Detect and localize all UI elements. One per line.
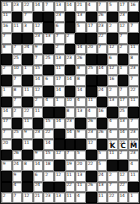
cell-r1-c0[interactable]: 11 — [1, 12, 12, 23]
cell-r5-c7[interactable]: 26 — [75, 54, 86, 65]
cell-r15-c2[interactable]: 8 — [22, 160, 33, 171]
cell-r7-c8 — [86, 75, 97, 86]
cell-number: 12 — [56, 150, 61, 155]
cell-r2-c0[interactable]: 16 — [1, 22, 12, 33]
cell-number: 23 — [66, 118, 71, 123]
cell-r10-c1[interactable]: 2 — [12, 107, 23, 118]
cell-r12-c7[interactable]: 9 — [75, 129, 86, 140]
cell-r10-c7[interactable]: 13 — [75, 107, 86, 118]
cell-number: 26 — [13, 150, 18, 155]
cell-r6-c11[interactable]: 1 — [118, 65, 129, 76]
cell-r18-c8 — [86, 192, 97, 203]
cell-number: 24 — [98, 87, 103, 92]
cell-r1-c4 — [43, 12, 54, 23]
cell-r1-c9[interactable]: 26 — [97, 12, 108, 23]
cell-number: 12 — [109, 44, 114, 49]
cell-r11-c8[interactable]: 26 — [86, 118, 97, 129]
cell-r7-c2 — [22, 75, 33, 86]
cell-r17-c6[interactable]: 22 — [65, 182, 76, 193]
cell-r16-c6[interactable]: 11 — [65, 171, 76, 182]
cell-number: 14 — [66, 76, 71, 81]
cell-r11-c12[interactable]: 7 — [128, 118, 139, 129]
cell-r12-c9[interactable]: 26 — [97, 129, 108, 140]
cell-r18-c0[interactable]: 2 — [1, 192, 12, 203]
cell-r4-c0[interactable]: 8 — [1, 44, 12, 55]
cell-r11-c2[interactable]: 11 — [22, 118, 33, 129]
cell-r8-c9[interactable]: 24 — [97, 86, 108, 97]
codeword-puzzle-screen: 1523221471314214751716117231326231611312… — [0, 0, 140, 204]
cell-r8-c0[interactable]: 1 — [1, 86, 12, 97]
cell-r12-c12[interactable]: 23 — [128, 129, 139, 140]
cell-number: 14 — [45, 140, 50, 145]
cell-r14-c5[interactable]: 12 — [54, 150, 65, 161]
cell-r13-c8[interactable]: 12 — [86, 139, 97, 150]
cell-r13-c10[interactable]: 2K — [107, 139, 118, 150]
cell-r11-c0[interactable]: 17 — [1, 118, 12, 129]
cell-r5-c5[interactable]: 13 — [54, 54, 65, 65]
cell-r7-c12[interactable]: 7 — [128, 75, 139, 86]
cell-r0-c4[interactable]: 7 — [43, 1, 54, 12]
cell-r17-c9[interactable]: 13 — [97, 182, 108, 193]
cell-r7-c10[interactable]: 16 — [107, 75, 118, 86]
cell-number: 26 — [88, 118, 93, 123]
cell-r18-c12[interactable]: 1 — [128, 192, 139, 203]
cell-number: 14 — [77, 87, 82, 92]
cell-r12-c5 — [54, 129, 65, 140]
cell-r8-c11[interactable]: 7 — [118, 86, 129, 97]
cell-r16-c4[interactable]: 2 — [43, 171, 54, 182]
cell-r14-c9[interactable]: 5 — [97, 150, 108, 161]
cell-r18-c6[interactable]: 11 — [65, 192, 76, 203]
cell-number: 11 — [66, 193, 71, 198]
cell-number: 17 — [56, 76, 61, 81]
cell-r4-c11[interactable]: 2 — [118, 44, 129, 55]
cell-r1-c7[interactable]: 13 — [75, 12, 86, 23]
cell-number: 5 — [77, 150, 80, 155]
cell-number: 4 — [88, 2, 91, 7]
cell-number: 15 — [45, 150, 50, 155]
cell-r0-c0[interactable]: 15 — [1, 1, 12, 12]
cell-number: 22 — [120, 182, 125, 187]
cell-r13-c3 — [33, 139, 44, 150]
cell-r16-c7[interactable]: 13 — [75, 171, 86, 182]
cell-number: 2 — [56, 44, 59, 49]
cell-number: 6 — [45, 76, 48, 81]
cell-number: 22 — [88, 161, 93, 166]
cell-r5-c6[interactable]: 23 — [65, 54, 76, 65]
cell-r16-c10[interactable]: 2 — [107, 171, 118, 182]
cell-r2-c4 — [43, 22, 54, 33]
cell-r9-c2 — [22, 97, 33, 108]
cell-r14-c7[interactable]: 5 — [75, 150, 86, 161]
cell-r6-c1[interactable]: 10 — [12, 65, 23, 76]
cell-r8-c7[interactable]: 14 — [75, 86, 86, 97]
cell-r15-c1[interactable]: 24 — [12, 160, 23, 171]
cell-r12-c8[interactable]: 23 — [86, 129, 97, 140]
cell-r6-c5[interactable]: 11 — [54, 65, 65, 76]
cell-r2-c9[interactable]: 23 — [97, 22, 108, 33]
cell-r7-c3[interactable]: 14 — [33, 75, 44, 86]
cell-r5-c9 — [97, 54, 108, 65]
cell-r10-c11[interactable]: 25 — [118, 107, 129, 118]
cell-r5-c0 — [1, 54, 12, 65]
cell-r10-c0[interactable]: 14 — [1, 107, 12, 118]
cell-r5-c4[interactable]: 25 — [43, 54, 54, 65]
cell-r4-c8[interactable]: 20 — [86, 44, 97, 55]
cell-number: 9 — [3, 161, 6, 166]
cell-r5-c2 — [22, 54, 33, 65]
cell-number: 7 — [98, 44, 101, 49]
cell-r9-c8[interactable]: 11 — [86, 97, 97, 108]
cell-r2-c3[interactable]: 12 — [33, 22, 44, 33]
cell-r9-c5[interactable]: 1 — [54, 97, 65, 108]
cell-r9-c10[interactable]: 13 — [107, 97, 118, 108]
cell-r16-c12[interactable]: 11 — [128, 171, 139, 182]
cell-r6-c10[interactable]: 12 — [107, 65, 118, 76]
cell-number: 23 — [35, 33, 40, 38]
cell-number: 4 — [109, 118, 112, 123]
cell-r1-c1 — [12, 12, 23, 23]
cell-r12-c0[interactable]: 7 — [1, 129, 12, 140]
cell-r16-c3[interactable]: 6 — [33, 171, 44, 182]
cell-r3-c12 — [128, 33, 139, 44]
cell-r16-c5[interactable]: 12 — [54, 171, 65, 182]
cell-r9-c3[interactable]: 2 — [33, 97, 44, 108]
cell-r15-c7[interactable]: 20 — [75, 160, 86, 171]
cell-r12-c6[interactable]: 14 — [65, 129, 76, 140]
cell-r16-c1[interactable]: 9 — [12, 171, 23, 182]
cell-number: 24 — [13, 161, 18, 166]
cell-r1-c5[interactable]: 23 — [54, 12, 65, 23]
cell-number: 2 — [109, 140, 112, 145]
cell-r2-c8[interactable]: 17 — [86, 22, 97, 33]
cell-r17-c3[interactable]: 24 — [33, 182, 44, 193]
cell-r4-c5[interactable]: 2 — [54, 44, 65, 55]
cell-r18-c1[interactable]: 7 — [12, 192, 23, 203]
cell-r14-c1[interactable]: 26 — [12, 150, 23, 161]
cell-r0-c1[interactable]: 23 — [12, 1, 23, 12]
cell-r7-c9 — [97, 75, 108, 86]
cell-r5-c10[interactable]: 6 — [107, 54, 118, 65]
cell-r13-c6 — [65, 139, 76, 150]
cell-r7-c5[interactable]: 17 — [54, 75, 65, 86]
cell-number: 11 — [130, 44, 135, 49]
cell-r13-c0[interactable]: 20 — [1, 139, 12, 150]
cell-r9-c7[interactable]: 4 — [75, 97, 86, 108]
cell-r12-c10[interactable]: 4 — [107, 129, 118, 140]
cell-number: 7 — [13, 193, 16, 198]
cell-r0-c10[interactable]: 5 — [107, 1, 118, 12]
cell-r9-c4[interactable]: 4 — [43, 97, 54, 108]
cell-r11-c11[interactable]: 13 — [118, 118, 129, 129]
cell-r12-c3[interactable]: 23 — [33, 129, 44, 140]
cell-number: 11 — [56, 65, 61, 70]
cell-r8-c5[interactable]: 14 — [54, 86, 65, 97]
cell-number: 2 — [120, 44, 123, 49]
cell-r13-c12[interactable]: 14M — [128, 139, 139, 150]
cell-number: 13 — [120, 118, 125, 123]
cell-number: 4 — [77, 97, 80, 102]
cell-r9-c11[interactable]: 17 — [118, 97, 129, 108]
cell-r18-c5[interactable]: 13 — [54, 192, 65, 203]
cell-r3-c9[interactable]: 22 — [97, 33, 108, 44]
cell-r0-c6[interactable]: 14 — [65, 1, 76, 12]
cell-r8-c10[interactable]: 2 — [107, 86, 118, 97]
cell-r9-c0 — [1, 97, 12, 108]
cell-r14-c10[interactable]: 11 — [107, 150, 118, 161]
cell-r18-c2[interactable]: 12 — [22, 192, 33, 203]
cell-r17-c1[interactable]: 4 — [12, 182, 23, 193]
cell-number: 12 — [120, 172, 125, 177]
cell-r6-c12[interactable]: 23 — [128, 65, 139, 76]
cell-number: 22 — [120, 140, 125, 145]
cell-r14-c4[interactable]: 15 — [43, 150, 54, 161]
cell-r8-c2[interactable]: 11 — [22, 86, 33, 97]
cell-r13-c7 — [75, 139, 86, 150]
cell-r17-c12 — [128, 182, 139, 193]
cell-number: 17 — [120, 2, 125, 7]
cell-r1-c3 — [33, 12, 44, 23]
cell-r0-c11[interactable]: 17 — [118, 1, 129, 12]
cell-r17-c2 — [22, 182, 33, 193]
cell-r18-c10[interactable]: 22 — [107, 192, 118, 203]
cell-number: 26 — [98, 129, 103, 134]
cell-r3-c7 — [75, 33, 86, 44]
cell-r9-c6[interactable]: 10 — [65, 97, 76, 108]
cell-number: 2 — [120, 150, 123, 155]
cell-r15-c0[interactable]: 9 — [1, 160, 12, 171]
cell-r7-c0 — [1, 75, 12, 86]
cell-r16-c9[interactable]: 24 — [97, 171, 108, 182]
cell-number: 7 — [120, 87, 123, 92]
cell-r13-c2[interactable]: 11 — [22, 139, 33, 150]
cell-r15-c12[interactable]: 4 — [128, 160, 139, 171]
cell-r3-c0[interactable]: 7 — [1, 33, 12, 44]
cell-number: 15 — [45, 118, 50, 123]
cell-r10-c6[interactable]: 8 — [65, 107, 76, 118]
cell-number: 17 — [3, 118, 8, 123]
cell-number: 7 — [109, 182, 112, 187]
cell-r4-c12[interactable]: 11 — [128, 44, 139, 55]
cell-r14-c11[interactable]: 2 — [118, 150, 129, 161]
cell-number: 16 — [98, 108, 103, 113]
cell-r10-c8[interactable]: 4 — [86, 107, 97, 118]
cell-r0-c12[interactable]: 16 — [128, 1, 139, 12]
cell-r5-c8 — [86, 54, 97, 65]
cell-r8-c3[interactable]: 12 — [33, 86, 44, 97]
cell-r6-c0[interactable]: 2 — [1, 65, 12, 76]
cell-r3-c5[interactable]: 7 — [54, 33, 65, 44]
cell-r15-c10 — [107, 160, 118, 171]
cell-r4-c3[interactable]: 9 — [33, 44, 44, 55]
cell-r13-c4[interactable]: 14 — [43, 139, 54, 150]
cell-number: 2 — [109, 172, 112, 177]
cell-r6-c2[interactable]: 1 — [22, 65, 33, 76]
cell-r17-c8[interactable]: 26 — [86, 182, 97, 193]
cell-number: 14 — [66, 129, 71, 134]
cell-number: 16 — [3, 23, 8, 28]
cell-r5-c12[interactable]: 8 — [128, 54, 139, 65]
cell-number: 18 — [45, 161, 50, 166]
cell-number: 2 — [66, 33, 69, 38]
cell-r11-c6[interactable]: 23 — [65, 118, 76, 129]
cell-r14-c2 — [22, 150, 33, 161]
cell-number: 9 — [77, 129, 80, 134]
cell-r0-c9[interactable]: 7 — [97, 1, 108, 12]
cell-number: 25 — [88, 65, 93, 70]
cell-r4-c2[interactable]: 24 — [22, 44, 33, 55]
cell-r7-c6[interactable]: 14 — [65, 75, 76, 86]
cell-number: 1 — [3, 87, 6, 92]
cell-r2-c7[interactable]: 5 — [75, 22, 86, 33]
cell-r16-c2 — [22, 171, 33, 182]
cell-r5-c1[interactable]: 25 — [12, 54, 23, 65]
cell-r12-c1[interactable]: 25 — [12, 129, 23, 140]
cell-number: 14 — [77, 44, 82, 49]
cell-number: 8 — [3, 44, 6, 49]
cell-r18-c9[interactable]: 11 — [97, 192, 108, 203]
cell-r17-c11[interactable]: 22 — [118, 182, 129, 193]
cell-number: 22 — [24, 108, 29, 113]
cell-r8-c8 — [86, 86, 97, 97]
cell-r2-c1[interactable]: 11 — [12, 22, 23, 33]
cell-r8-c1[interactable]: 8 — [12, 86, 23, 97]
cell-r12-c2[interactable]: 9 — [22, 129, 33, 140]
cell-r18-c3[interactable]: 21 — [33, 192, 44, 203]
cell-number: 2 — [3, 65, 6, 70]
cell-r0-c3[interactable]: 14 — [33, 1, 44, 12]
cell-number: 23 — [35, 129, 40, 134]
cell-r2-c10[interactable]: 2 — [107, 22, 118, 33]
cell-r14-c6[interactable]: 7 — [65, 150, 76, 161]
cell-r11-c1 — [12, 118, 23, 129]
cell-r3-c6[interactable]: 2 — [65, 33, 76, 44]
cell-r13-c11[interactable]: 22C — [118, 139, 129, 150]
cell-number: 26 — [77, 55, 82, 60]
cell-r2-c6 — [65, 22, 76, 33]
cell-r0-c8[interactable]: 4 — [86, 1, 97, 12]
cell-r10-c9[interactable]: 16 — [97, 107, 108, 118]
cell-r7-c4[interactable]: 6 — [43, 75, 54, 86]
cell-r0-c5[interactable]: 13 — [54, 1, 65, 12]
cell-number: 12 — [56, 172, 61, 177]
cell-r11-c7 — [75, 118, 86, 129]
cell-r11-c4[interactable]: 15 — [43, 118, 54, 129]
cell-number: 12 — [88, 140, 93, 145]
cell-r3-c8 — [86, 33, 97, 44]
cell-number: 4 — [88, 108, 91, 113]
cell-r8-c12[interactable]: 22 — [128, 86, 139, 97]
cell-number: 5 — [98, 161, 101, 166]
cell-number: 14 — [3, 108, 8, 113]
cell-r14-c12[interactable]: 23 — [128, 150, 139, 161]
cell-r15-c6[interactable]: 19 — [65, 160, 76, 171]
cell-r17-c7[interactable]: 11 — [75, 182, 86, 193]
cell-r2-c11[interactable]: 12 — [118, 22, 129, 33]
cell-r16-c11[interactable]: 12 — [118, 171, 129, 182]
cell-r18-c4[interactable]: 23 — [43, 192, 54, 203]
cell-number: 25 — [13, 55, 18, 60]
cell-r4-c10[interactable]: 12 — [107, 44, 118, 55]
cell-number: 1 — [130, 193, 133, 198]
cell-r6-c8[interactable]: 25 — [86, 65, 97, 76]
cell-r17-c10[interactable]: 7 — [107, 182, 118, 193]
cell-r6-c7[interactable]: 8 — [75, 65, 86, 76]
cell-r2-c5[interactable]: 6 — [54, 22, 65, 33]
cell-r9-c1[interactable]: 7 — [12, 97, 23, 108]
cell-number: 13 — [56, 55, 61, 60]
cell-r15-c3[interactable]: 14 — [33, 160, 44, 171]
cell-r3-c4[interactable]: 13 — [43, 33, 54, 44]
cell-r2-c2[interactable]: 3 — [22, 22, 33, 33]
cell-r3-c11[interactable]: 7 — [118, 33, 129, 44]
cell-number: 11 — [88, 97, 93, 102]
cell-number: 14 — [66, 2, 71, 7]
cell-r4-c9[interactable]: 7 — [97, 44, 108, 55]
cell-number: 22 — [98, 33, 103, 38]
cell-r10-c12 — [128, 107, 139, 118]
cell-number: 2 — [45, 172, 48, 177]
cell-r3-c3[interactable]: 23 — [33, 33, 44, 44]
cell-number: 19 — [66, 161, 71, 166]
cell-r13-c1 — [12, 139, 23, 150]
cell-number: 11 — [77, 182, 82, 187]
cell-r10-c4 — [43, 107, 54, 118]
cell-number: 14 — [35, 76, 40, 81]
cell-r10-c3[interactable]: 11 — [33, 107, 44, 118]
cell-r18-c11[interactable]: 14 — [118, 192, 129, 203]
cell-r15-c9[interactable]: 5 — [97, 160, 108, 171]
cell-r4-c1[interactable]: 7 — [12, 44, 23, 55]
cell-r9-c12[interactable]: 11 — [128, 97, 139, 108]
cell-r4-c7[interactable]: 14 — [75, 44, 86, 55]
cell-number: 23 — [130, 129, 135, 134]
cell-r5-c3[interactable]: 7 — [33, 54, 44, 65]
cell-r10-c2[interactable]: 22 — [22, 107, 33, 118]
cell-r1-c11[interactable]: 23 — [118, 12, 129, 23]
cell-number: 11 — [130, 97, 135, 102]
cell-number: 13 — [77, 108, 82, 113]
cell-number: 11 — [24, 87, 29, 92]
cell-r11-c5[interactable]: 14 — [54, 118, 65, 129]
cell-r18-c7[interactable]: 4 — [75, 192, 86, 203]
cell-r0-c7[interactable]: 21 — [75, 1, 86, 12]
cell-number: 3 — [24, 23, 27, 28]
cell-number: 20 — [88, 44, 93, 49]
cell-r15-c8[interactable]: 22 — [86, 160, 97, 171]
cell-r6-c9[interactable]: 14 — [97, 65, 108, 76]
cell-r1-c2[interactable]: 7 — [22, 12, 33, 23]
cell-r6-c3[interactable]: 15 — [33, 65, 44, 76]
cell-number: 22 — [45, 129, 50, 134]
cell-r1-c12 — [128, 12, 139, 23]
cell-r12-c11[interactable]: 14 — [118, 129, 129, 140]
cell-number: 26 — [98, 12, 103, 17]
cell-r7-c1[interactable]: 7 — [12, 75, 23, 86]
cell-r15-c4[interactable]: 18 — [43, 160, 54, 171]
cell-number: 14 — [56, 118, 61, 123]
cell-r7-c7[interactable]: 8 — [75, 75, 86, 86]
cell-r8-c4 — [43, 86, 54, 97]
cell-r0-c2[interactable]: 22 — [22, 1, 33, 12]
cell-number: 21 — [35, 193, 40, 198]
cell-r15-c5 — [54, 160, 65, 171]
cell-r2-c12[interactable]: 7 — [128, 22, 139, 33]
cell-number: 17 — [120, 97, 125, 102]
cell-r14-c3[interactable]: 9 — [33, 150, 44, 161]
cell-r11-c10[interactable]: 4 — [107, 118, 118, 129]
cell-r12-c4[interactable]: 22 — [43, 129, 54, 140]
